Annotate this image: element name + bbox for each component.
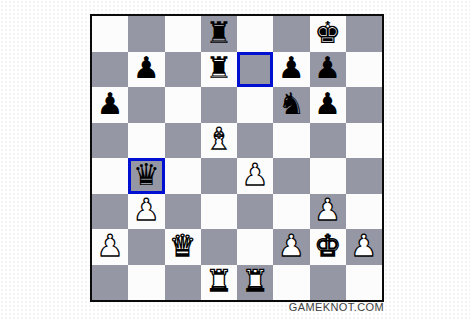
square-h4[interactable]	[346, 158, 382, 194]
square-b6[interactable]	[128, 87, 164, 123]
square-g7[interactable]: ♟	[310, 52, 346, 88]
square-a6[interactable]: ♟	[92, 87, 128, 123]
square-f1[interactable]	[273, 265, 309, 301]
square-f3[interactable]	[273, 194, 309, 230]
white-king: ♚	[314, 231, 341, 261]
page: ♜♚♟♜♟♟♟♞♟♝♛♟♟♟♟♛♟♚♟♜♜ GAMEKNOT.COM	[0, 0, 470, 320]
square-a3[interactable]	[92, 194, 128, 230]
square-a4[interactable]	[92, 158, 128, 194]
square-h6[interactable]	[346, 87, 382, 123]
square-e6[interactable]	[237, 87, 273, 123]
white-pawn: ♟	[314, 195, 341, 225]
square-f4[interactable]	[273, 158, 309, 194]
square-a5[interactable]	[92, 123, 128, 159]
square-b2[interactable]	[128, 229, 164, 265]
square-g6[interactable]: ♟	[310, 87, 346, 123]
white-pawn: ♟	[278, 231, 305, 261]
black-rook: ♜	[205, 53, 232, 83]
square-f5[interactable]	[273, 123, 309, 159]
square-a2[interactable]: ♟	[92, 229, 128, 265]
square-h3[interactable]	[346, 194, 382, 230]
square-d4[interactable]	[201, 158, 237, 194]
square-b3[interactable]: ♟	[128, 194, 164, 230]
square-d8[interactable]: ♜	[201, 16, 237, 52]
square-b8[interactable]	[128, 16, 164, 52]
square-g2[interactable]: ♚	[310, 229, 346, 265]
square-c3[interactable]	[165, 194, 201, 230]
square-d3[interactable]	[201, 194, 237, 230]
square-a7[interactable]	[92, 52, 128, 88]
square-g1[interactable]	[310, 265, 346, 301]
square-h1[interactable]	[346, 265, 382, 301]
square-h8[interactable]	[346, 16, 382, 52]
square-f8[interactable]	[273, 16, 309, 52]
square-b1[interactable]	[128, 265, 164, 301]
square-e4[interactable]: ♟	[237, 158, 273, 194]
square-b5[interactable]	[128, 123, 164, 159]
white-bishop: ♝	[205, 124, 232, 154]
white-pawn: ♟	[350, 231, 377, 261]
chess-board: ♜♚♟♜♟♟♟♞♟♝♛♟♟♟♟♛♟♚♟♜♜	[90, 14, 384, 302]
square-c6[interactable]	[165, 87, 201, 123]
square-h5[interactable]	[346, 123, 382, 159]
square-a8[interactable]	[92, 16, 128, 52]
square-g5[interactable]	[310, 123, 346, 159]
square-g8[interactable]: ♚	[310, 16, 346, 52]
black-pawn: ♟	[133, 53, 160, 83]
black-king: ♚	[314, 18, 341, 48]
white-queen: ♛	[169, 231, 196, 261]
square-c4[interactable]	[165, 158, 201, 194]
white-rook: ♜	[205, 266, 232, 296]
white-pawn: ♟	[242, 160, 269, 190]
black-pawn: ♟	[314, 89, 341, 119]
square-f2[interactable]: ♟	[273, 229, 309, 265]
square-c1[interactable]	[165, 265, 201, 301]
square-d2[interactable]	[201, 229, 237, 265]
square-d6[interactable]	[201, 87, 237, 123]
black-knight: ♞	[278, 89, 305, 119]
square-g3[interactable]: ♟	[310, 194, 346, 230]
square-e3[interactable]	[237, 194, 273, 230]
watermark: GAMEKNOT.COM	[289, 301, 384, 313]
square-c5[interactable]	[165, 123, 201, 159]
square-b7[interactable]: ♟	[128, 52, 164, 88]
square-h7[interactable]	[346, 52, 382, 88]
square-e5[interactable]	[237, 123, 273, 159]
black-queen: ♛	[133, 160, 160, 190]
square-c7[interactable]	[165, 52, 201, 88]
white-pawn: ♟	[133, 195, 160, 225]
white-rook: ♜	[242, 266, 269, 296]
white-pawn: ♟	[97, 231, 124, 261]
square-a1[interactable]	[92, 265, 128, 301]
square-e8[interactable]	[237, 16, 273, 52]
square-c8[interactable]	[165, 16, 201, 52]
black-pawn: ♟	[278, 53, 305, 83]
black-pawn: ♟	[314, 53, 341, 83]
square-h2[interactable]: ♟	[346, 229, 382, 265]
square-d1[interactable]: ♜	[201, 265, 237, 301]
square-b4[interactable]: ♛	[128, 158, 164, 194]
square-d5[interactable]: ♝	[201, 123, 237, 159]
black-rook: ♜	[205, 18, 232, 48]
square-d7[interactable]: ♜	[201, 52, 237, 88]
square-e1[interactable]: ♜	[237, 265, 273, 301]
square-f6[interactable]: ♞	[273, 87, 309, 123]
square-c2[interactable]: ♛	[165, 229, 201, 265]
square-g4[interactable]	[310, 158, 346, 194]
square-e7[interactable]	[237, 52, 273, 88]
square-f7[interactable]: ♟	[273, 52, 309, 88]
square-e2[interactable]	[237, 229, 273, 265]
black-pawn: ♟	[97, 89, 124, 119]
